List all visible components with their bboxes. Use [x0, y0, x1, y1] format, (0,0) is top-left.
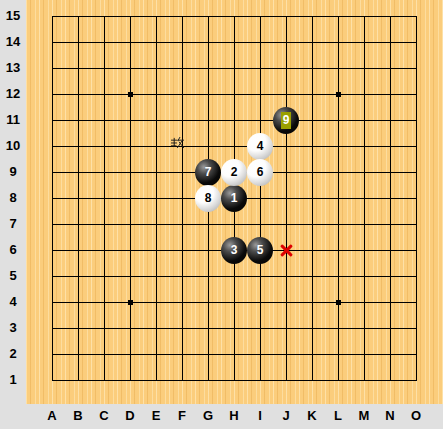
- stone-cell-h8: 1: [221, 185, 247, 211]
- row-label-9: 9: [0, 164, 26, 180]
- column-label-m: M: [351, 408, 377, 424]
- row-label-5: 5: [0, 268, 26, 284]
- stone-cell-h9: 2: [221, 159, 247, 185]
- row-label-12: 12: [0, 86, 26, 102]
- stone-cell-i6: 5: [247, 237, 273, 263]
- black-stone-7: 7: [195, 159, 221, 186]
- stone-cell-g9: 7: [195, 159, 221, 185]
- handwritten-mark-玫: [170, 135, 185, 154]
- row-label-14: 14: [0, 34, 26, 50]
- row-label-4: 4: [0, 294, 26, 310]
- column-coordinate-strip: ABCDEFGHIJKLMNO: [0, 404, 443, 429]
- row-label-10: 10: [0, 138, 26, 154]
- black-stone-3: 3: [221, 237, 247, 264]
- star-point-cell-l12: [325, 81, 351, 107]
- white-stone-4: 4: [247, 133, 273, 160]
- stone-cell-i10: 4: [247, 133, 273, 159]
- row-label-6: 6: [0, 242, 26, 258]
- stone-cell-g8: 8: [195, 185, 221, 211]
- stone-cell-h6: 3: [221, 237, 247, 263]
- column-label-l: L: [325, 408, 351, 424]
- column-label-j: J: [273, 408, 299, 424]
- stone-cell-i9: 6: [247, 159, 273, 185]
- column-label-i: I: [247, 408, 273, 424]
- row-label-1: 1: [0, 372, 26, 388]
- column-label-h: H: [221, 408, 247, 424]
- white-stone-8: 8: [195, 185, 221, 212]
- row-coordinate-strip: 151413121110987654321: [0, 0, 26, 404]
- text-mark-cell-f10: [169, 133, 195, 159]
- star-point-cell-d4: [117, 289, 143, 315]
- row-label-15: 15: [0, 8, 26, 24]
- row-label-7: 7: [0, 216, 26, 232]
- column-label-g: G: [195, 408, 221, 424]
- x-mark: [273, 237, 299, 263]
- column-label-c: C: [91, 408, 117, 424]
- column-label-o: O: [403, 408, 429, 424]
- column-label-f: F: [169, 408, 195, 424]
- white-stone-6: 6: [247, 159, 273, 186]
- star-point-d4: [128, 300, 133, 305]
- stone-cell-j11: 9: [273, 107, 299, 133]
- black-stone-1: 1: [221, 185, 247, 212]
- row-label-13: 13: [0, 60, 26, 76]
- last-move-highlight: 9: [281, 112, 291, 129]
- star-point-l4: [336, 300, 341, 305]
- board-grid[interactable]: 123456789: [39, 3, 429, 393]
- column-label-e: E: [143, 408, 169, 424]
- column-label-n: N: [377, 408, 403, 424]
- row-label-8: 8: [0, 190, 26, 206]
- row-label-2: 2: [0, 346, 26, 362]
- star-point-l12: [336, 92, 341, 97]
- star-point-d12: [128, 92, 133, 97]
- column-label-k: K: [299, 408, 325, 424]
- goban: 123456789 151413121110987654321 ABCDEFGH…: [0, 0, 443, 429]
- white-stone-2: 2: [221, 159, 247, 186]
- star-point-cell-d12: [117, 81, 143, 107]
- column-label-b: B: [65, 408, 91, 424]
- black-stone-9: 9: [273, 107, 299, 134]
- column-label-d: D: [117, 408, 143, 424]
- x-mark-cell-j6: [273, 237, 299, 263]
- star-point-cell-l4: [325, 289, 351, 315]
- row-label-11: 11: [0, 112, 26, 128]
- column-label-a: A: [39, 408, 65, 424]
- black-stone-5: 5: [247, 237, 273, 264]
- row-label-3: 3: [0, 320, 26, 336]
